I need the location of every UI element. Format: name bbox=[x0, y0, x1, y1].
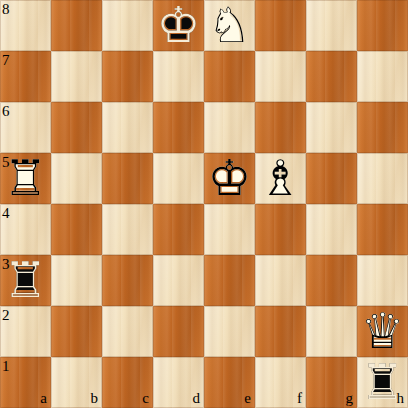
square-d2[interactable] bbox=[153, 306, 204, 357]
piece-glyph-fill: ♚ bbox=[204, 153, 255, 204]
square-f5[interactable]: ♝♗ bbox=[255, 153, 306, 204]
rank-label-1: 1 bbox=[2, 359, 10, 374]
square-d8[interactable]: ♚♔ bbox=[153, 0, 204, 51]
piece-black-rook-h1[interactable]: ♜♖ bbox=[357, 357, 408, 408]
square-c4[interactable] bbox=[102, 204, 153, 255]
square-g2[interactable] bbox=[306, 306, 357, 357]
rank-label-2: 2 bbox=[2, 308, 10, 323]
square-c3[interactable] bbox=[102, 255, 153, 306]
square-c2[interactable] bbox=[102, 306, 153, 357]
piece-white-knight-e8[interactable]: ♞♘ bbox=[204, 0, 255, 51]
piece-white-king-e5[interactable]: ♚♔ bbox=[204, 153, 255, 204]
rank-label-4: 4 bbox=[2, 206, 10, 221]
square-d4[interactable] bbox=[153, 204, 204, 255]
square-a1[interactable]: 1a bbox=[0, 357, 51, 408]
file-label-b: b bbox=[91, 391, 99, 406]
piece-glyph-outline: ♖ bbox=[0, 255, 51, 306]
square-b1[interactable]: b bbox=[51, 357, 102, 408]
square-e4[interactable] bbox=[204, 204, 255, 255]
square-f6[interactable] bbox=[255, 102, 306, 153]
piece-glyph-fill: ♜ bbox=[0, 255, 51, 306]
rank-label-7: 7 bbox=[2, 53, 10, 68]
piece-glyph-fill: ♜ bbox=[0, 153, 51, 204]
file-label-c: c bbox=[142, 391, 149, 406]
square-d1[interactable]: d bbox=[153, 357, 204, 408]
square-e7[interactable] bbox=[204, 51, 255, 102]
square-f1[interactable]: f bbox=[255, 357, 306, 408]
piece-glyph-fill: ♞ bbox=[204, 0, 255, 51]
square-b8[interactable] bbox=[51, 0, 102, 51]
piece-glyph-outline: ♔ bbox=[204, 153, 255, 204]
square-a8[interactable]: 8 bbox=[0, 0, 51, 51]
file-label-g: g bbox=[346, 391, 354, 406]
file-label-a: a bbox=[40, 391, 47, 406]
piece-glyph-fill: ♚ bbox=[153, 0, 204, 51]
file-label-e: e bbox=[244, 391, 251, 406]
square-f3[interactable] bbox=[255, 255, 306, 306]
piece-white-bishop-f5[interactable]: ♝♗ bbox=[255, 153, 306, 204]
square-e8[interactable]: ♞♘ bbox=[204, 0, 255, 51]
piece-glyph-fill: ♝ bbox=[255, 153, 306, 204]
square-a3[interactable]: 3♜♖ bbox=[0, 255, 51, 306]
piece-glyph-outline: ♔ bbox=[153, 0, 204, 51]
square-c6[interactable] bbox=[102, 102, 153, 153]
piece-glyph-outline: ♘ bbox=[204, 0, 255, 51]
square-h3[interactable] bbox=[357, 255, 408, 306]
square-h5[interactable] bbox=[357, 153, 408, 204]
square-g6[interactable] bbox=[306, 102, 357, 153]
piece-white-rook-a5[interactable]: ♜♖ bbox=[0, 153, 51, 204]
square-h8[interactable] bbox=[357, 0, 408, 51]
piece-white-queen-h2[interactable]: ♛♕ bbox=[357, 306, 408, 357]
square-e3[interactable] bbox=[204, 255, 255, 306]
square-g5[interactable] bbox=[306, 153, 357, 204]
square-g7[interactable] bbox=[306, 51, 357, 102]
chess-board: 8♚♔♞♘765♜♖♚♔♝♗43♜♖2♛♕1abcdefgh♜♖ bbox=[0, 0, 408, 408]
square-d6[interactable] bbox=[153, 102, 204, 153]
square-b3[interactable] bbox=[51, 255, 102, 306]
square-g3[interactable] bbox=[306, 255, 357, 306]
square-h7[interactable] bbox=[357, 51, 408, 102]
square-a7[interactable]: 7 bbox=[0, 51, 51, 102]
file-label-d: d bbox=[193, 391, 201, 406]
piece-glyph-outline: ♖ bbox=[357, 357, 408, 408]
square-e6[interactable] bbox=[204, 102, 255, 153]
file-label-f: f bbox=[297, 391, 302, 406]
square-g8[interactable] bbox=[306, 0, 357, 51]
square-f8[interactable] bbox=[255, 0, 306, 51]
square-g1[interactable]: g bbox=[306, 357, 357, 408]
square-h6[interactable] bbox=[357, 102, 408, 153]
square-f7[interactable] bbox=[255, 51, 306, 102]
rank-label-6: 6 bbox=[2, 104, 10, 119]
square-d3[interactable] bbox=[153, 255, 204, 306]
square-e5[interactable]: ♚♔ bbox=[204, 153, 255, 204]
square-b5[interactable] bbox=[51, 153, 102, 204]
square-e2[interactable] bbox=[204, 306, 255, 357]
square-a6[interactable]: 6 bbox=[0, 102, 51, 153]
piece-glyph-fill: ♜ bbox=[357, 357, 408, 408]
piece-glyph-outline: ♖ bbox=[0, 153, 51, 204]
square-f4[interactable] bbox=[255, 204, 306, 255]
square-d5[interactable] bbox=[153, 153, 204, 204]
square-b4[interactable] bbox=[51, 204, 102, 255]
piece-black-rook-a3[interactable]: ♜♖ bbox=[0, 255, 51, 306]
square-a5[interactable]: 5♜♖ bbox=[0, 153, 51, 204]
square-c8[interactable] bbox=[102, 0, 153, 51]
square-h1[interactable]: h♜♖ bbox=[357, 357, 408, 408]
square-h2[interactable]: ♛♕ bbox=[357, 306, 408, 357]
piece-glyph-fill: ♛ bbox=[357, 306, 408, 357]
square-b2[interactable] bbox=[51, 306, 102, 357]
square-c7[interactable] bbox=[102, 51, 153, 102]
square-d7[interactable] bbox=[153, 51, 204, 102]
piece-glyph-outline: ♕ bbox=[357, 306, 408, 357]
square-f2[interactable] bbox=[255, 306, 306, 357]
piece-glyph-outline: ♗ bbox=[255, 153, 306, 204]
piece-black-king-d8[interactable]: ♚♔ bbox=[153, 0, 204, 51]
square-a2[interactable]: 2 bbox=[0, 306, 51, 357]
square-e1[interactable]: e bbox=[204, 357, 255, 408]
square-b7[interactable] bbox=[51, 51, 102, 102]
square-c1[interactable]: c bbox=[102, 357, 153, 408]
square-g4[interactable] bbox=[306, 204, 357, 255]
rank-label-8: 8 bbox=[2, 2, 10, 17]
square-a4[interactable]: 4 bbox=[0, 204, 51, 255]
square-b6[interactable] bbox=[51, 102, 102, 153]
square-c5[interactable] bbox=[102, 153, 153, 204]
square-h4[interactable] bbox=[357, 204, 408, 255]
